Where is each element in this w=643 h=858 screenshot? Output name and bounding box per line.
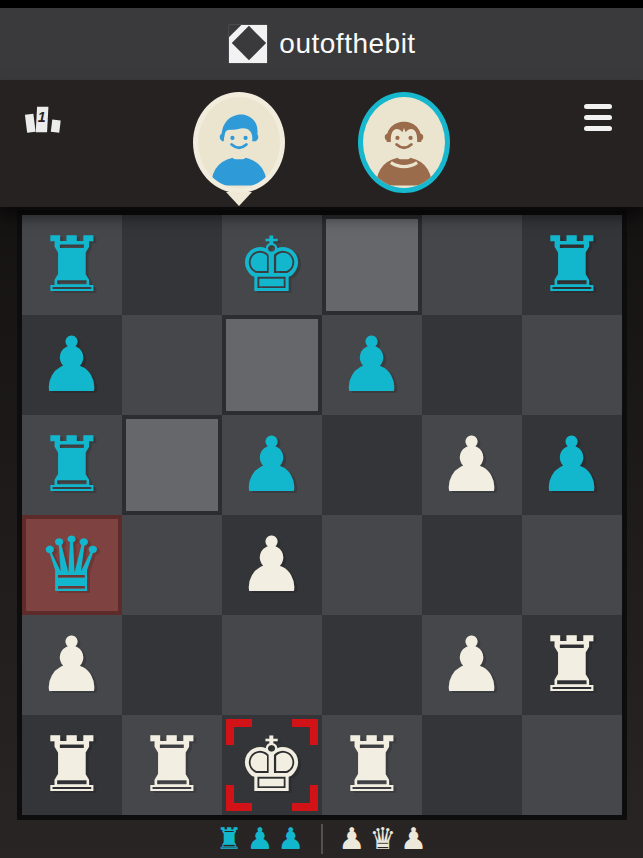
- captured-white-queen: ♛: [369, 821, 396, 856]
- brown-person-icon: [363, 99, 445, 190]
- right-player-avatar[interactable]: [358, 92, 450, 193]
- captured-cyan-pawn: ♟: [278, 821, 305, 856]
- menu-bar: [584, 104, 612, 109]
- white-pawn[interactable]: ♟: [237, 527, 305, 603]
- captured-pieces-tray: ♜♟♟ ♟♛♟: [214, 824, 429, 854]
- brand-text: outofthebit: [279, 28, 415, 60]
- square-4-2[interactable]: [222, 615, 322, 715]
- square-2-0[interactable]: ♜: [22, 415, 122, 515]
- square-4-5[interactable]: ♜: [522, 615, 622, 715]
- square-1-2[interactable]: [222, 315, 322, 415]
- square-1-0[interactable]: ♟: [22, 315, 122, 415]
- square-3-1[interactable]: [122, 515, 222, 615]
- square-2-3[interactable]: [322, 415, 422, 515]
- white-rook[interactable]: ♜: [337, 727, 405, 803]
- square-2-1[interactable]: [122, 415, 222, 515]
- square-0-1[interactable]: [122, 215, 222, 315]
- cyan-pawn[interactable]: ♟: [37, 327, 105, 403]
- square-5-0[interactable]: ♜: [22, 715, 122, 815]
- square-2-4[interactable]: ♟: [422, 415, 522, 515]
- square-4-3[interactable]: [322, 615, 422, 715]
- cyan-pawn[interactable]: ♟: [537, 427, 605, 503]
- captured-white-pawn: ♟: [339, 821, 366, 856]
- cyan-queen[interactable]: ♛: [37, 527, 105, 603]
- square-4-0[interactable]: ♟: [22, 615, 122, 715]
- cyan-king[interactable]: ♚: [237, 227, 305, 303]
- square-1-3[interactable]: ♟: [322, 315, 422, 415]
- rank-number: 1: [38, 109, 46, 125]
- square-5-5[interactable]: [522, 715, 622, 815]
- menu-button[interactable]: [584, 104, 612, 137]
- square-0-2[interactable]: ♚: [222, 215, 322, 315]
- square-5-2[interactable]: ♚: [222, 715, 322, 815]
- square-3-3[interactable]: [322, 515, 422, 615]
- app-header: outofthebit: [0, 8, 643, 80]
- blue-person-icon: [198, 99, 280, 190]
- square-3-0[interactable]: ♛: [22, 515, 122, 615]
- menu-bar: [584, 126, 612, 131]
- captured-cyan-group: ♜♟♟: [214, 824, 307, 854]
- white-pawn[interactable]: ♟: [437, 427, 505, 503]
- white-king[interactable]: ♚: [237, 727, 305, 803]
- cyan-rook[interactable]: ♜: [37, 427, 105, 503]
- square-1-5[interactable]: [522, 315, 622, 415]
- square-1-1[interactable]: [122, 315, 222, 415]
- square-5-4[interactable]: [422, 715, 522, 815]
- chess-board: ♜♚♜♟♟♜♟♟♟♛♟♟♟♜♜♜♚♜: [17, 210, 627, 820]
- square-4-4[interactable]: ♟: [422, 615, 522, 715]
- white-pawn[interactable]: ♟: [37, 627, 105, 703]
- square-5-1[interactable]: ♜: [122, 715, 222, 815]
- white-pawn[interactable]: ♟: [437, 627, 505, 703]
- square-4-1[interactable]: [122, 615, 222, 715]
- outofthebit-logo-icon: [227, 23, 269, 65]
- cyan-pawn[interactable]: ♟: [337, 327, 405, 403]
- square-2-5[interactable]: ♟: [522, 415, 622, 515]
- captured-cyan-pawn: ♟: [247, 821, 274, 856]
- square-1-4[interactable]: [422, 315, 522, 415]
- captured-cyan-rook: ♜: [216, 821, 243, 856]
- player-bar: 1: [0, 80, 643, 207]
- board-section: ♜♚♜♟♟♜♟♟♟♛♟♟♟♜♜♜♚♜ ♜♟♟ ♟♛♟: [0, 207, 643, 858]
- cyan-rook[interactable]: ♜: [37, 227, 105, 303]
- turn-indicator-arrow: [226, 192, 252, 206]
- rank-podium-icon[interactable]: 1: [24, 102, 62, 136]
- square-0-5[interactable]: ♜: [522, 215, 622, 315]
- tray-divider: [321, 824, 323, 854]
- square-3-2[interactable]: ♟: [222, 515, 322, 615]
- captured-white-pawn: ♟: [400, 821, 427, 856]
- square-0-0[interactable]: ♜: [22, 215, 122, 315]
- status-strip: [0, 0, 643, 8]
- white-rook[interactable]: ♜: [537, 627, 605, 703]
- cyan-rook[interactable]: ♜: [537, 227, 605, 303]
- square-5-3[interactable]: ♜: [322, 715, 422, 815]
- square-0-3[interactable]: [322, 215, 422, 315]
- captured-white-group: ♟♛♟: [337, 824, 430, 854]
- square-2-2[interactable]: ♟: [222, 415, 322, 515]
- square-0-4[interactable]: [422, 215, 522, 315]
- square-3-4[interactable]: [422, 515, 522, 615]
- left-player-avatar[interactable]: [193, 92, 285, 193]
- cyan-pawn[interactable]: ♟: [237, 427, 305, 503]
- white-rook[interactable]: ♜: [37, 727, 105, 803]
- white-rook[interactable]: ♜: [137, 727, 205, 803]
- menu-bar: [584, 115, 612, 120]
- square-3-5[interactable]: [522, 515, 622, 615]
